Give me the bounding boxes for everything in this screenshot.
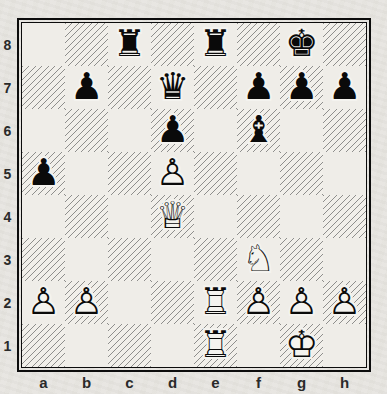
square-h4[interactable] [323, 195, 366, 238]
square-e2[interactable]: ♜♖ [194, 281, 237, 324]
square-b2[interactable]: ♟♙ [65, 281, 108, 324]
square-b3[interactable] [65, 238, 108, 281]
square-b5[interactable] [65, 152, 108, 195]
square-a8[interactable] [22, 23, 65, 66]
piece-black-queen: ♛♛ [151, 66, 194, 109]
square-d4[interactable]: ♛♕ [151, 195, 194, 238]
square-h2[interactable]: ♟♙ [323, 281, 366, 324]
piece-white-queen: ♛♕ [151, 195, 194, 238]
square-b6[interactable] [65, 109, 108, 152]
file-label-e: e [194, 371, 237, 394]
white-knight-glyph: ♘ [237, 237, 280, 280]
square-b4[interactable] [65, 195, 108, 238]
square-e8[interactable]: ♜♜ [194, 23, 237, 66]
chess-board-border: ♜♜♜♜♚♚♟♟♛♛♟♟♟♟♟♟♟♟♝♝♟♟♟♙♛♕♞♘♟♙♟♙♜♖♟♙♟♙♟♙… [21, 22, 367, 368]
file-label-a: a [22, 371, 65, 394]
square-g6[interactable] [280, 109, 323, 152]
piece-black-pawn: ♟♟ [65, 66, 108, 109]
piece-black-pawn: ♟♟ [22, 152, 65, 195]
rank-label-7: 7 [0, 66, 15, 109]
black-pawn-glyph: ♟ [65, 65, 108, 108]
square-e3[interactable] [194, 238, 237, 281]
piece-white-knight: ♞♘ [237, 238, 280, 281]
square-a5[interactable]: ♟♟ [22, 152, 65, 195]
square-b8[interactable] [65, 23, 108, 66]
piece-black-rook: ♜♜ [194, 23, 237, 66]
rank-label-1: 1 [0, 324, 15, 367]
square-g7[interactable]: ♟♟ [280, 66, 323, 109]
piece-white-king: ♚♔ [280, 324, 323, 367]
piece-white-pawn: ♟♙ [237, 281, 280, 324]
square-c2[interactable] [108, 281, 151, 324]
square-a7[interactable] [22, 66, 65, 109]
chess-board: ♜♜♜♜♚♚♟♟♛♛♟♟♟♟♟♟♟♟♝♝♟♟♟♙♛♕♞♘♟♙♟♙♜♖♟♙♟♙♟♙… [22, 23, 366, 367]
piece-white-pawn: ♟♙ [280, 281, 323, 324]
square-h3[interactable] [323, 238, 366, 281]
square-f4[interactable] [237, 195, 280, 238]
rank-label-6: 6 [0, 109, 15, 152]
white-king-glyph: ♔ [280, 323, 323, 366]
square-d2[interactable] [151, 281, 194, 324]
square-e7[interactable] [194, 66, 237, 109]
piece-white-rook: ♜♖ [194, 324, 237, 367]
square-d6[interactable]: ♟♟ [151, 109, 194, 152]
square-g8[interactable]: ♚♚ [280, 23, 323, 66]
piece-white-pawn: ♟♙ [323, 281, 366, 324]
file-label-b: b [65, 371, 108, 394]
square-c8[interactable]: ♜♜ [108, 23, 151, 66]
square-f3[interactable]: ♞♘ [237, 238, 280, 281]
piece-white-rook: ♜♖ [194, 281, 237, 324]
square-a2[interactable]: ♟♙ [22, 281, 65, 324]
piece-white-pawn: ♟♙ [22, 281, 65, 324]
square-h7[interactable]: ♟♟ [323, 66, 366, 109]
chess-board-frame: ♜♜♜♜♚♚♟♟♛♛♟♟♟♟♟♟♟♟♝♝♟♟♟♙♛♕♞♘♟♙♟♙♜♖♟♙♟♙♟♙… [17, 18, 371, 372]
square-e4[interactable] [194, 195, 237, 238]
black-pawn-glyph: ♟ [22, 151, 65, 194]
white-pawn-glyph: ♙ [280, 280, 323, 323]
square-e1[interactable]: ♜♖ [194, 324, 237, 367]
piece-white-pawn: ♟♙ [151, 152, 194, 195]
square-g3[interactable] [280, 238, 323, 281]
file-label-h: h [323, 371, 366, 394]
square-c1[interactable] [108, 324, 151, 367]
black-pawn-glyph: ♟ [280, 65, 323, 108]
piece-black-pawn: ♟♟ [151, 109, 194, 152]
white-pawn-glyph: ♙ [237, 280, 280, 323]
white-pawn-glyph: ♙ [22, 280, 65, 323]
rank-label-8: 8 [0, 23, 15, 66]
rank-labels: 87654321 [0, 23, 15, 367]
white-rook-glyph: ♖ [194, 280, 237, 323]
black-rook-glyph: ♜ [108, 22, 151, 65]
square-h6[interactable] [323, 109, 366, 152]
file-label-c: c [108, 371, 151, 394]
white-pawn-glyph: ♙ [151, 151, 194, 194]
black-rook-glyph: ♜ [194, 22, 237, 65]
square-d1[interactable] [151, 324, 194, 367]
rank-label-3: 3 [0, 238, 15, 281]
square-c6[interactable] [108, 109, 151, 152]
file-label-g: g [280, 371, 323, 394]
piece-black-pawn: ♟♟ [323, 66, 366, 109]
black-pawn-glyph: ♟ [237, 65, 280, 108]
black-pawn-glyph: ♟ [151, 108, 194, 151]
piece-black-bishop: ♝♝ [237, 109, 280, 152]
square-a1[interactable] [22, 324, 65, 367]
file-label-d: d [151, 371, 194, 394]
square-a4[interactable] [22, 195, 65, 238]
square-c7[interactable] [108, 66, 151, 109]
square-e6[interactable] [194, 109, 237, 152]
file-labels: abcdefgh [22, 371, 366, 394]
square-d3[interactable] [151, 238, 194, 281]
square-f2[interactable]: ♟♙ [237, 281, 280, 324]
square-c5[interactable] [108, 152, 151, 195]
black-pawn-glyph: ♟ [323, 65, 366, 108]
square-e5[interactable] [194, 152, 237, 195]
rank-label-2: 2 [0, 281, 15, 324]
white-rook-glyph: ♖ [194, 323, 237, 366]
square-g2[interactable]: ♟♙ [280, 281, 323, 324]
square-f6[interactable]: ♝♝ [237, 109, 280, 152]
piece-black-pawn: ♟♟ [280, 66, 323, 109]
square-b1[interactable] [65, 324, 108, 367]
square-c3[interactable] [108, 238, 151, 281]
square-h5[interactable] [323, 152, 366, 195]
piece-white-pawn: ♟♙ [65, 281, 108, 324]
square-f1[interactable] [237, 324, 280, 367]
square-b7[interactable]: ♟♟ [65, 66, 108, 109]
white-pawn-glyph: ♙ [323, 280, 366, 323]
square-f5[interactable] [237, 152, 280, 195]
rank-label-5: 5 [0, 152, 15, 195]
square-g5[interactable] [280, 152, 323, 195]
piece-black-king: ♚♚ [280, 23, 323, 66]
square-a3[interactable] [22, 238, 65, 281]
square-c4[interactable] [108, 195, 151, 238]
white-queen-glyph: ♕ [151, 194, 194, 237]
square-d8[interactable] [151, 23, 194, 66]
square-g1[interactable]: ♚♔ [280, 324, 323, 367]
square-g4[interactable] [280, 195, 323, 238]
square-h8[interactable] [323, 23, 366, 66]
square-f7[interactable]: ♟♟ [237, 66, 280, 109]
black-king-glyph: ♚ [280, 22, 323, 65]
black-bishop-glyph: ♝ [237, 108, 280, 151]
square-d5[interactable]: ♟♙ [151, 152, 194, 195]
square-d7[interactable]: ♛♛ [151, 66, 194, 109]
square-f8[interactable] [237, 23, 280, 66]
white-pawn-glyph: ♙ [65, 280, 108, 323]
black-queen-glyph: ♛ [151, 65, 194, 108]
square-h1[interactable] [323, 324, 366, 367]
square-a6[interactable] [22, 109, 65, 152]
piece-black-rook: ♜♜ [108, 23, 151, 66]
piece-black-pawn: ♟♟ [237, 66, 280, 109]
file-label-f: f [237, 371, 280, 394]
rank-label-4: 4 [0, 195, 15, 238]
